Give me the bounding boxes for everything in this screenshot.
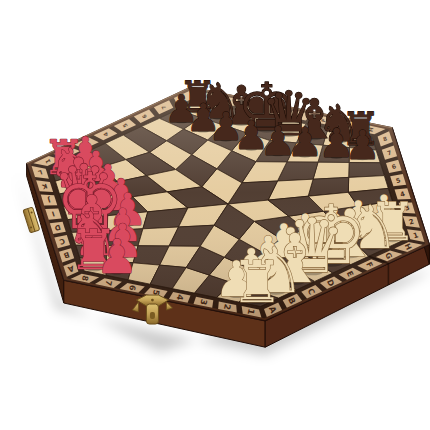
chess-piece-white-R: ♜ [231,249,283,316]
chess-piece-red-P: ♟ [96,229,139,284]
chess-piece-black-P: ♟ [287,119,323,165]
chess-piece-black-P: ♟ [344,122,380,168]
three-player-chess-board: 12345678HGFEIJKL87654321LKJIDCBA87654321… [0,0,430,430]
product-photo-canvas: 12345678HGFEIJKL87654321LKJIDCBA87654321… [0,0,430,430]
